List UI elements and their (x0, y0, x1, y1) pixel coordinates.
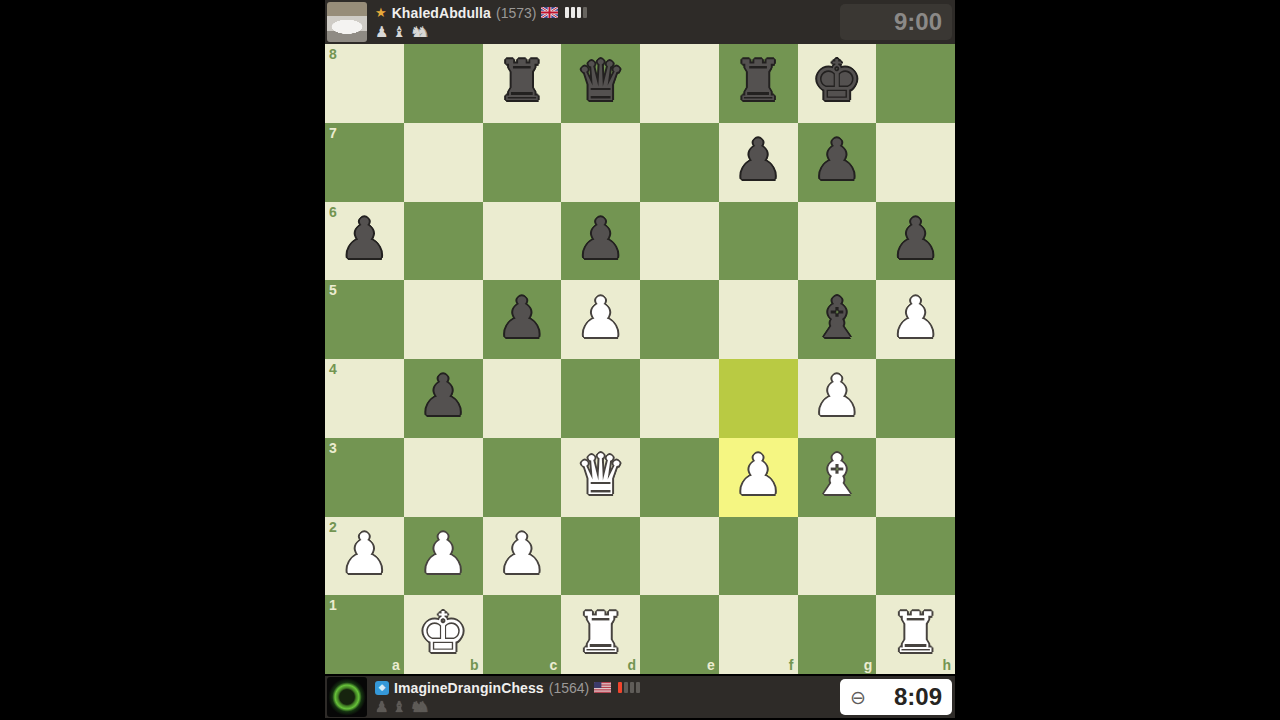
captured-bishop-icon: ♝ (392, 700, 405, 715)
piece-white-p-a2[interactable]: ♟ (339, 526, 389, 582)
clock-bottom: ⊖ 8:09 (840, 679, 952, 715)
square-h7[interactable] (876, 123, 955, 202)
square-e4[interactable] (640, 359, 719, 438)
square-c8[interactable]: ♜ (483, 44, 562, 123)
piece-black-p-d6[interactable]: ♟ (576, 211, 626, 267)
square-g7[interactable]: ♟ (798, 123, 877, 202)
player-bottom-info: ◆ ImagineDranginChess (1564) (375, 679, 640, 716)
clock-top: 9:00 (840, 4, 952, 40)
square-h2[interactable] (876, 517, 955, 596)
us-flag-icon (594, 682, 611, 693)
player-bottom-rating: (1564) (549, 680, 589, 696)
square-a2[interactable]: 2♟ (325, 517, 404, 596)
square-g4[interactable]: ♟ (798, 359, 877, 438)
piece-black-p-b4[interactable]: ♟ (418, 368, 468, 424)
piece-white-p-c2[interactable]: ♟ (497, 526, 547, 582)
square-b8[interactable] (404, 44, 483, 123)
square-a5[interactable]: 5 (325, 280, 404, 359)
piece-black-r-f8[interactable]: ♜ (733, 53, 783, 109)
square-b7[interactable] (404, 123, 483, 202)
square-g6[interactable] (798, 202, 877, 281)
square-a4[interactable]: 4 (325, 359, 404, 438)
square-c7[interactable] (483, 123, 562, 202)
file-label-e: e (707, 658, 715, 672)
square-c4[interactable] (483, 359, 562, 438)
square-e1[interactable]: e (640, 595, 719, 674)
blue-diamond-badge-icon: ◆ (375, 681, 389, 695)
piece-black-q-d8[interactable]: ♛ (576, 53, 626, 109)
file-label-b: b (470, 658, 479, 672)
connection-signal-bars-bottom (618, 682, 640, 693)
square-f8[interactable]: ♜ (719, 44, 798, 123)
square-b1[interactable]: b♚ (404, 595, 483, 674)
square-e2[interactable] (640, 517, 719, 596)
square-d3[interactable]: ♛ (561, 438, 640, 517)
square-b3[interactable] (404, 438, 483, 517)
square-f6[interactable] (719, 202, 798, 281)
piece-black-p-c5[interactable]: ♟ (497, 290, 547, 346)
square-e7[interactable] (640, 123, 719, 202)
piece-black-p-g7[interactable]: ♟ (812, 132, 862, 188)
captured-pawn-icon: ♟ (375, 25, 388, 40)
square-h8[interactable] (876, 44, 955, 123)
captured-pieces-bottom: ♟♝♞♞ (375, 699, 640, 716)
piece-white-p-h5[interactable]: ♟ (891, 290, 941, 346)
file-label-a: a (392, 658, 400, 672)
square-c5[interactable]: ♟ (483, 280, 562, 359)
square-c3[interactable] (483, 438, 562, 517)
player-bottom-name[interactable]: ImagineDranginChess (394, 680, 544, 696)
player-bar-top: ★ KhaledAbdulla (1573) ♟♝♞♞ (325, 0, 955, 44)
rank-label-5: 5 (329, 283, 337, 297)
chess-app: ★ KhaledAbdulla (1573) ♟♝♞♞ (325, 0, 955, 720)
piece-white-r-h1[interactable]: ♜ (891, 605, 941, 661)
clock-decrement-icon: ⊖ (850, 686, 866, 708)
piece-white-p-g4[interactable]: ♟ (812, 368, 862, 424)
piece-white-k-b1[interactable]: ♚ (418, 605, 468, 661)
file-label-d: d (627, 658, 636, 672)
square-g8[interactable]: ♚ (798, 44, 877, 123)
square-b2[interactable]: ♟ (404, 517, 483, 596)
square-d7[interactable] (561, 123, 640, 202)
connection-signal-bars-top (565, 7, 587, 18)
captured-pieces-top: ♟♝♞♞ (375, 24, 587, 41)
square-f7[interactable]: ♟ (719, 123, 798, 202)
square-d5[interactable]: ♟ (561, 280, 640, 359)
rank-label-1: 1 (329, 598, 337, 612)
rank-label-6: 6 (329, 205, 337, 219)
piece-white-p-d5[interactable]: ♟ (576, 290, 626, 346)
square-a1[interactable]: 1a (325, 595, 404, 674)
file-label-c: c (549, 658, 557, 672)
square-h3[interactable] (876, 438, 955, 517)
rank-label-3: 3 (329, 441, 337, 455)
piece-black-p-a6[interactable]: ♟ (339, 211, 389, 267)
clock-bottom-time: 8:09 (894, 683, 942, 711)
square-f1[interactable]: f (719, 595, 798, 674)
player-bar-bottom: ◆ ImagineDranginChess (1564) (325, 674, 955, 720)
square-g5[interactable]: ♝ (798, 280, 877, 359)
chess-board: 8♜♛♜♚7♟♟6♟♟♟5♟♟♝♟4♟♟3♛♟♝2♟♟♟1ab♚cd♜efgh♜ (325, 44, 955, 674)
rank-label-7: 7 (329, 126, 337, 140)
square-h6[interactable]: ♟ (876, 202, 955, 281)
rank-label-8: 8 (329, 47, 337, 61)
square-b6[interactable] (404, 202, 483, 281)
player-top-info: ★ KhaledAbdulla (1573) ♟♝♞♞ (375, 4, 587, 41)
piece-black-b-g5[interactable]: ♝ (812, 290, 862, 346)
square-g2[interactable] (798, 517, 877, 596)
square-d1[interactable]: d♜ (561, 595, 640, 674)
square-e5[interactable] (640, 280, 719, 359)
player-top-rating: (1573) (496, 5, 536, 21)
square-e6[interactable] (640, 202, 719, 281)
square-f5[interactable] (719, 280, 798, 359)
piece-black-p-h6[interactable]: ♟ (891, 211, 941, 267)
square-a3[interactable]: 3 (325, 438, 404, 517)
piece-black-r-c8[interactable]: ♜ (497, 53, 547, 109)
player-top-name[interactable]: KhaledAbdulla (392, 5, 491, 21)
player-bottom-avatar[interactable] (327, 677, 367, 717)
screen: ★ KhaledAbdulla (1573) ♟♝♞♞ (0, 0, 1280, 720)
piece-white-b-g3[interactable]: ♝ (812, 447, 862, 503)
square-h4[interactable] (876, 359, 955, 438)
square-h1[interactable]: h♜ (876, 595, 955, 674)
square-d2[interactable] (561, 517, 640, 596)
square-f2[interactable] (719, 517, 798, 596)
square-h5[interactable]: ♟ (876, 280, 955, 359)
file-label-h: h (942, 658, 951, 672)
square-a7[interactable]: 7 (325, 123, 404, 202)
square-d6[interactable]: ♟ (561, 202, 640, 281)
square-d8[interactable]: ♛ (561, 44, 640, 123)
clock-top-time: 9:00 (894, 8, 942, 36)
square-c2[interactable]: ♟ (483, 517, 562, 596)
file-label-f: f (789, 658, 794, 672)
square-f4[interactable] (719, 359, 798, 438)
square-d4[interactable] (561, 359, 640, 438)
square-e3[interactable] (640, 438, 719, 517)
square-g3[interactable]: ♝ (798, 438, 877, 517)
captured-bishop-icon: ♝ (392, 25, 405, 40)
square-e8[interactable] (640, 44, 719, 123)
square-a8[interactable]: 8 (325, 44, 404, 123)
piece-black-k-g8[interactable]: ♚ (812, 53, 862, 109)
square-b5[interactable] (404, 280, 483, 359)
square-c1[interactable]: c (483, 595, 562, 674)
square-b4[interactable]: ♟ (404, 359, 483, 438)
gold-star-badge-icon: ★ (375, 6, 387, 19)
square-g1[interactable]: g (798, 595, 877, 674)
piece-black-p-f7[interactable]: ♟ (733, 132, 783, 188)
file-label-g: g (864, 658, 873, 672)
piece-white-p-b2[interactable]: ♟ (418, 526, 468, 582)
square-a6[interactable]: 6♟ (325, 202, 404, 281)
rank-label-2: 2 (329, 520, 337, 534)
square-c6[interactable] (483, 202, 562, 281)
captured-pawn-icon: ♟ (375, 700, 388, 715)
piece-white-p-f3[interactable]: ♟ (733, 447, 783, 503)
rank-label-4: 4 (329, 362, 337, 376)
square-f3[interactable]: ♟ (719, 438, 798, 517)
captured-knight-icon: ♞♞ (410, 25, 430, 40)
piece-white-q-d3[interactable]: ♛ (576, 447, 626, 503)
player-top-avatar[interactable] (327, 2, 367, 42)
piece-white-r-d1[interactable]: ♜ (576, 605, 626, 661)
uk-flag-icon (541, 7, 558, 18)
captured-knight-icon: ♞♞ (410, 700, 430, 715)
